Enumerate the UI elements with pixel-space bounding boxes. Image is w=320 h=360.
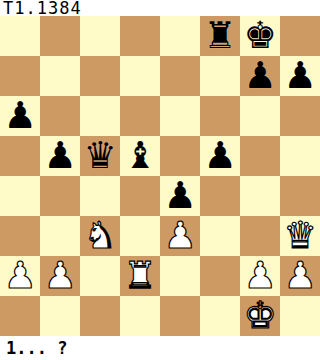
square-b7[interactable] — [40, 56, 80, 96]
square-c2[interactable] — [80, 256, 120, 296]
square-b2[interactable]: ♟ — [40, 256, 80, 296]
square-e4[interactable]: ♟ — [160, 176, 200, 216]
square-b4[interactable] — [40, 176, 80, 216]
square-c8[interactable] — [80, 16, 120, 56]
square-e3[interactable]: ♟ — [160, 216, 200, 256]
black-queen-c5[interactable]: ♛ — [83, 136, 116, 176]
square-b5[interactable]: ♟ — [40, 136, 80, 176]
white-pawn-h2[interactable]: ♟ — [283, 256, 316, 296]
square-h3[interactable]: ♛ — [280, 216, 320, 256]
white-pawn-b2[interactable]: ♟ — [43, 256, 76, 296]
black-bishop-d5[interactable]: ♝ — [123, 136, 156, 176]
square-a8[interactable] — [0, 16, 40, 56]
square-g5[interactable] — [240, 136, 280, 176]
square-c4[interactable] — [80, 176, 120, 216]
black-pawn-f5[interactable]: ♟ — [203, 136, 236, 176]
square-f2[interactable] — [200, 256, 240, 296]
square-a4[interactable] — [0, 176, 40, 216]
white-pawn-a2[interactable]: ♟ — [3, 256, 36, 296]
square-c6[interactable] — [80, 96, 120, 136]
square-c7[interactable] — [80, 56, 120, 96]
square-g1[interactable]: ♚ — [240, 296, 280, 336]
square-f5[interactable]: ♟ — [200, 136, 240, 176]
square-h6[interactable] — [280, 96, 320, 136]
square-d1[interactable] — [120, 296, 160, 336]
square-g6[interactable] — [240, 96, 280, 136]
square-g2[interactable]: ♟ — [240, 256, 280, 296]
square-h8[interactable] — [280, 16, 320, 56]
square-a3[interactable] — [0, 216, 40, 256]
square-g4[interactable] — [240, 176, 280, 216]
square-a6[interactable]: ♟ — [0, 96, 40, 136]
square-b6[interactable] — [40, 96, 80, 136]
square-e1[interactable] — [160, 296, 200, 336]
black-pawn-b5[interactable]: ♟ — [43, 136, 76, 176]
black-king-g8[interactable]: ♚ — [243, 16, 276, 56]
white-pawn-g2[interactable]: ♟ — [243, 256, 276, 296]
square-d4[interactable] — [120, 176, 160, 216]
black-pawn-g7[interactable]: ♟ — [243, 56, 276, 96]
square-h2[interactable]: ♟ — [280, 256, 320, 296]
white-knight-c3[interactable]: ♞ — [83, 216, 116, 256]
square-d6[interactable] — [120, 96, 160, 136]
square-d2[interactable]: ♜ — [120, 256, 160, 296]
square-f8[interactable]: ♜ — [200, 16, 240, 56]
white-king-g1[interactable]: ♚ — [243, 296, 276, 336]
square-f1[interactable] — [200, 296, 240, 336]
white-queen-h3[interactable]: ♛ — [283, 216, 316, 256]
white-pawn-e3[interactable]: ♟ — [163, 216, 196, 256]
chess-puzzle-window: T1.1384 ♜♚♟♟♟♟♛♝♟♟♞♟♛♟♟♜♟♟♚ 1... ? — [0, 0, 320, 360]
square-a5[interactable] — [0, 136, 40, 176]
square-e6[interactable] — [160, 96, 200, 136]
square-f7[interactable] — [200, 56, 240, 96]
white-rook-d2[interactable]: ♜ — [123, 256, 156, 296]
square-h7[interactable]: ♟ — [280, 56, 320, 96]
square-c3[interactable]: ♞ — [80, 216, 120, 256]
square-e7[interactable] — [160, 56, 200, 96]
square-h5[interactable] — [280, 136, 320, 176]
square-d7[interactable] — [120, 56, 160, 96]
square-b1[interactable] — [40, 296, 80, 336]
square-a2[interactable]: ♟ — [0, 256, 40, 296]
square-c1[interactable] — [80, 296, 120, 336]
square-c5[interactable]: ♛ — [80, 136, 120, 176]
square-e2[interactable] — [160, 256, 200, 296]
black-pawn-h7[interactable]: ♟ — [283, 56, 316, 96]
square-b3[interactable] — [40, 216, 80, 256]
square-g7[interactable]: ♟ — [240, 56, 280, 96]
puzzle-id: T1.1384 — [0, 0, 320, 16]
black-pawn-a6[interactable]: ♟ — [3, 96, 36, 136]
square-f3[interactable] — [200, 216, 240, 256]
square-h4[interactable] — [280, 176, 320, 216]
square-h1[interactable] — [280, 296, 320, 336]
square-e8[interactable] — [160, 16, 200, 56]
square-a1[interactable] — [0, 296, 40, 336]
chess-board: ♜♚♟♟♟♟♛♝♟♟♞♟♛♟♟♜♟♟♚ — [0, 16, 320, 336]
square-f6[interactable] — [200, 96, 240, 136]
black-rook-f8[interactable]: ♜ — [203, 16, 236, 56]
square-b8[interactable] — [40, 16, 80, 56]
square-d3[interactable] — [120, 216, 160, 256]
square-d8[interactable] — [120, 16, 160, 56]
square-d5[interactable]: ♝ — [120, 136, 160, 176]
square-g3[interactable] — [240, 216, 280, 256]
square-e5[interactable] — [160, 136, 200, 176]
black-pawn-e4[interactable]: ♟ — [163, 176, 196, 216]
move-prompt: 1... ? — [0, 336, 320, 360]
square-a7[interactable] — [0, 56, 40, 96]
square-g8[interactable]: ♚ — [240, 16, 280, 56]
square-f4[interactable] — [200, 176, 240, 216]
